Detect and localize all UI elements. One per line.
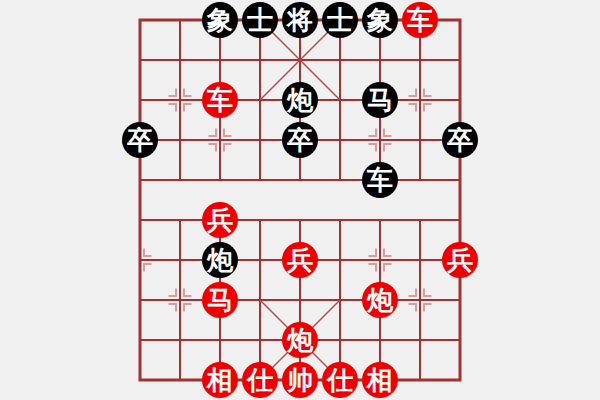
- xiangqi-app: 象士将士象车车炮马卒卒卒车兵炮兵兵马炮炮相仕帅仕相: [0, 0, 600, 400]
- piece-black-elephant[interactable]: 象: [362, 2, 398, 38]
- piece-red-general[interactable]: 帅: [282, 362, 318, 398]
- piece-black-horse[interactable]: 马: [362, 82, 398, 118]
- piece-black-soldier[interactable]: 卒: [122, 122, 158, 158]
- piece-red-elephant[interactable]: 相: [362, 362, 398, 398]
- piece-red-cannon[interactable]: 炮: [362, 282, 398, 318]
- piece-red-chariot[interactable]: 车: [202, 82, 238, 118]
- piece-red-chariot[interactable]: 车: [402, 2, 438, 38]
- piece-red-advisor[interactable]: 仕: [322, 362, 358, 398]
- piece-black-general[interactable]: 将: [282, 2, 318, 38]
- piece-red-horse[interactable]: 马: [202, 282, 238, 318]
- piece-red-soldier[interactable]: 兵: [442, 242, 478, 278]
- piece-red-soldier[interactable]: 兵: [202, 202, 238, 238]
- piece-red-elephant[interactable]: 相: [202, 362, 238, 398]
- piece-black-soldier[interactable]: 卒: [442, 122, 478, 158]
- piece-black-cannon[interactable]: 炮: [202, 242, 238, 278]
- piece-red-cannon[interactable]: 炮: [282, 322, 318, 358]
- piece-black-elephant[interactable]: 象: [202, 2, 238, 38]
- xiangqi-board[interactable]: 象士将士象车车炮马卒卒卒车兵炮兵兵马炮炮相仕帅仕相: [0, 0, 600, 400]
- piece-red-advisor[interactable]: 仕: [242, 362, 278, 398]
- piece-black-cannon[interactable]: 炮: [282, 82, 318, 118]
- board-grid: 象士将士象车车炮马卒卒卒车兵炮兵兵马炮炮相仕帅仕相: [120, 0, 480, 400]
- piece-black-chariot[interactable]: 车: [362, 162, 398, 198]
- piece-red-soldier[interactable]: 兵: [282, 242, 318, 278]
- piece-black-advisor[interactable]: 士: [242, 2, 278, 38]
- piece-black-advisor[interactable]: 士: [322, 2, 358, 38]
- piece-black-soldier[interactable]: 卒: [282, 122, 318, 158]
